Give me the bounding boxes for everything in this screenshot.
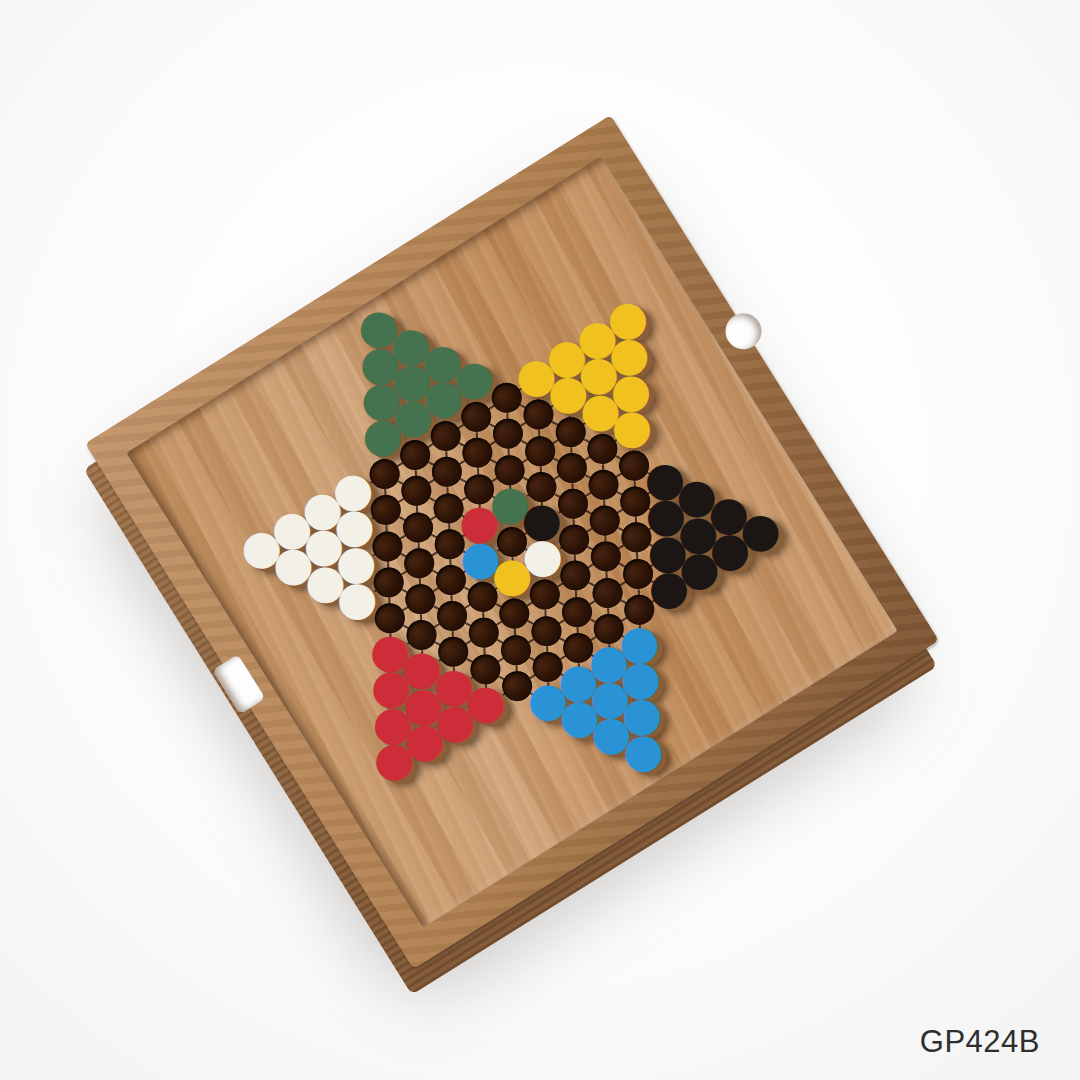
hole-r6c6-empty[interactable] — [426, 451, 467, 492]
hole-r4c4-green[interactable]: ● — [454, 360, 495, 401]
hole-r13c4-red[interactable]: ● — [466, 684, 507, 725]
product-code-label: GP424B — [920, 1024, 1040, 1060]
hole-r12c5-empty[interactable] — [495, 629, 536, 670]
finger-notch-right — [719, 306, 769, 356]
hole-r6c5-empty[interactable] — [396, 471, 437, 512]
hole-r7c8-empty[interactable] — [519, 430, 560, 471]
hole-r8c3-empty[interactable] — [398, 543, 439, 584]
hole-r6c8-empty[interactable] — [488, 413, 529, 454]
hole-r11c4-empty[interactable] — [463, 612, 504, 653]
board-panel: ●●●●●●●●●●●●●●●●●●●●●●●●●●●●●●●●●●●●●●●●… — [126, 156, 898, 928]
game-box: ●●●●●●●●●●●●●●●●●●●●●●●●●●●●●●●●●●●●●●●●… — [85, 115, 939, 969]
hole-r11c5-empty[interactable] — [494, 593, 535, 634]
hole-r9c8-empty[interactable] — [583, 464, 624, 505]
hole-r11c8-empty[interactable] — [585, 536, 626, 577]
hole-r10c6-white[interactable]: ● — [523, 538, 564, 579]
star-board: ●●●●●●●●●●●●●●●●●●●●●●●●●●●●●●●●●●●●●●●●… — [126, 156, 898, 928]
hole-r10c8-empty[interactable] — [584, 500, 625, 541]
hole-r6c7-empty[interactable] — [457, 432, 498, 473]
hole-r12c8-empty[interactable] — [587, 572, 628, 613]
hole-r12c6-empty[interactable] — [526, 610, 567, 651]
hole-r8c8-empty[interactable] — [551, 447, 592, 488]
hole-r17c1-blue[interactable]: ● — [624, 733, 665, 774]
hole-r10c3-empty[interactable] — [432, 595, 473, 636]
hole-r8c1-white[interactable]: ● — [337, 581, 378, 622]
hole-r7c4-empty[interactable] — [397, 507, 438, 548]
hole-r13c13-black[interactable]: ● — [741, 513, 782, 554]
hole-r8c10-yellow[interactable]: ● — [612, 409, 653, 450]
photo-stage: ●●●●●●●●●●●●●●●●●●●●●●●●●●●●●●●●●●●●●●●●… — [0, 0, 1080, 1080]
hole-r12c7-empty[interactable] — [556, 591, 597, 632]
box-lid-frame: ●●●●●●●●●●●●●●●●●●●●●●●●●●●●●●●●●●●●●●●●… — [85, 115, 939, 969]
hole-r9c2-empty[interactable] — [400, 579, 441, 620]
